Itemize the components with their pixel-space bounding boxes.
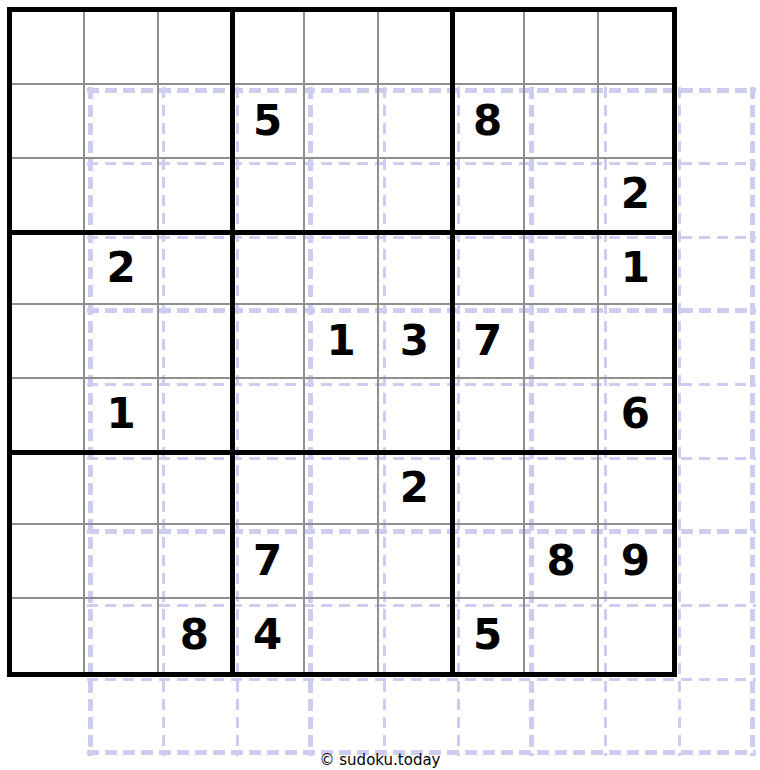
main-grid-border [7,7,677,677]
copyright-text: © sudoku.today [0,751,760,769]
sudoku-board: 58221137162789845 © sudoku.today [0,0,760,770]
